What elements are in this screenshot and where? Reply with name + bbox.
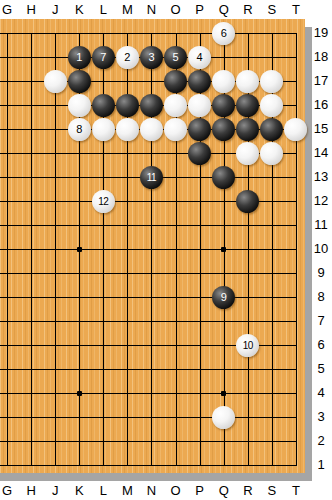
stone-black: [212, 166, 235, 189]
column-label-top: Q: [212, 2, 236, 17]
row-label: 18: [310, 48, 332, 66]
column-label-bottom: S: [260, 483, 284, 498]
stone-white: [236, 142, 259, 165]
stone-white: [68, 94, 91, 117]
stone-black: [212, 94, 235, 117]
column-label-top: G: [0, 2, 19, 17]
row-label: 19: [310, 24, 332, 42]
column-label-bottom: Q: [212, 483, 236, 498]
row-label: 14: [310, 144, 332, 162]
move-number: 2: [124, 52, 130, 63]
stone-white: [260, 70, 283, 93]
column-label-top: N: [139, 2, 163, 17]
stone-white: [260, 94, 283, 117]
row-label: 13: [310, 168, 332, 186]
stone-black: [92, 94, 115, 117]
stone-white: [236, 70, 259, 93]
column-label-bottom: R: [236, 483, 260, 498]
row-label: 7: [310, 312, 332, 330]
move-number: 10: [243, 340, 253, 351]
move-number: 1: [76, 52, 82, 63]
column-label-bottom: N: [139, 483, 163, 498]
stone-black-move-5: 5: [164, 46, 187, 69]
stone-white: [164, 118, 187, 141]
row-label: 6: [310, 336, 332, 354]
column-label-bottom: O: [164, 483, 188, 498]
move-number: 7: [100, 52, 106, 63]
column-label-top: S: [260, 2, 284, 17]
column-label-bottom: J: [43, 483, 67, 498]
column-label-bottom: P: [188, 483, 212, 498]
stone-white: [188, 94, 211, 117]
row-label: 17: [310, 72, 332, 90]
stone-black: [188, 70, 211, 93]
move-number: 6: [221, 28, 227, 39]
column-label-top: P: [188, 2, 212, 17]
stone-white: [284, 118, 307, 141]
go-board-diagram: GHJKLMNOPQRST 123456789101112 1918171615…: [0, 0, 332, 500]
column-label-top: R: [236, 2, 260, 17]
row-label: 8: [310, 288, 332, 306]
stone-white-move-4: 4: [188, 46, 211, 69]
stone-black-move-1: 1: [68, 46, 91, 69]
stone-white: [92, 118, 115, 141]
stone-white-move-8: 8: [68, 118, 91, 141]
column-label-top: H: [19, 2, 43, 17]
move-number: 5: [173, 52, 179, 63]
move-number: 8: [76, 124, 82, 135]
stone-white: [44, 70, 67, 93]
row-label: 1: [310, 456, 332, 474]
row-label: 3: [310, 408, 332, 426]
stone-white-move-12: 12: [92, 190, 115, 213]
stone-white: [164, 94, 187, 117]
column-label-top: M: [115, 2, 139, 17]
column-label-top: L: [91, 2, 115, 17]
move-number: 12: [98, 196, 108, 207]
stone-white: [140, 118, 163, 141]
row-label: 4: [310, 384, 332, 402]
row-label: 12: [310, 192, 332, 210]
row-label: 10: [310, 240, 332, 258]
column-label-top: K: [67, 2, 91, 17]
star-point: [221, 391, 226, 396]
stone-black: [212, 118, 235, 141]
move-number: 4: [197, 52, 203, 63]
stone-black-move-7: 7: [92, 46, 115, 69]
stone-white-move-6: 6: [212, 22, 235, 45]
stone-black: [116, 94, 139, 117]
row-label: 11: [310, 216, 332, 234]
stone-black: [188, 142, 211, 165]
stone-black: [164, 70, 187, 93]
column-label-top: J: [43, 2, 67, 17]
move-number: 11: [147, 172, 156, 183]
stone-white-move-10: 10: [236, 334, 259, 357]
stone-black-move-9: 9: [212, 286, 235, 309]
stones-layer: 123456789101112: [0, 21, 308, 477]
star-point: [77, 247, 82, 252]
column-label-top: O: [164, 2, 188, 17]
stone-black: [236, 94, 259, 117]
go-board: 123456789101112: [0, 19, 305, 473]
column-label-bottom: T: [284, 483, 308, 498]
stone-black: [188, 118, 211, 141]
column-label-top: T: [284, 2, 308, 17]
row-label: 16: [310, 96, 332, 114]
star-point: [221, 247, 226, 252]
stone-white: [212, 406, 235, 429]
stone-black: [236, 118, 259, 141]
stone-black: [236, 190, 259, 213]
row-label: 2: [310, 432, 332, 450]
stone-black: [140, 94, 163, 117]
star-point: [77, 391, 82, 396]
column-label-bottom: H: [19, 483, 43, 498]
move-number: 3: [148, 52, 154, 63]
move-number: 9: [221, 292, 227, 303]
stone-black-move-11: 11: [140, 166, 163, 189]
stone-black: [68, 70, 91, 93]
stone-black-move-3: 3: [140, 46, 163, 69]
column-label-bottom: M: [115, 483, 139, 498]
column-label-bottom: G: [0, 483, 19, 498]
column-label-bottom: K: [67, 483, 91, 498]
row-label: 5: [310, 360, 332, 378]
stone-white: [212, 70, 235, 93]
row-label: 9: [310, 264, 332, 282]
column-label-bottom: L: [91, 483, 115, 498]
stone-black: [260, 118, 283, 141]
stone-white-move-2: 2: [116, 46, 139, 69]
row-label: 15: [310, 120, 332, 138]
stone-white: [116, 118, 139, 141]
stone-white: [260, 142, 283, 165]
